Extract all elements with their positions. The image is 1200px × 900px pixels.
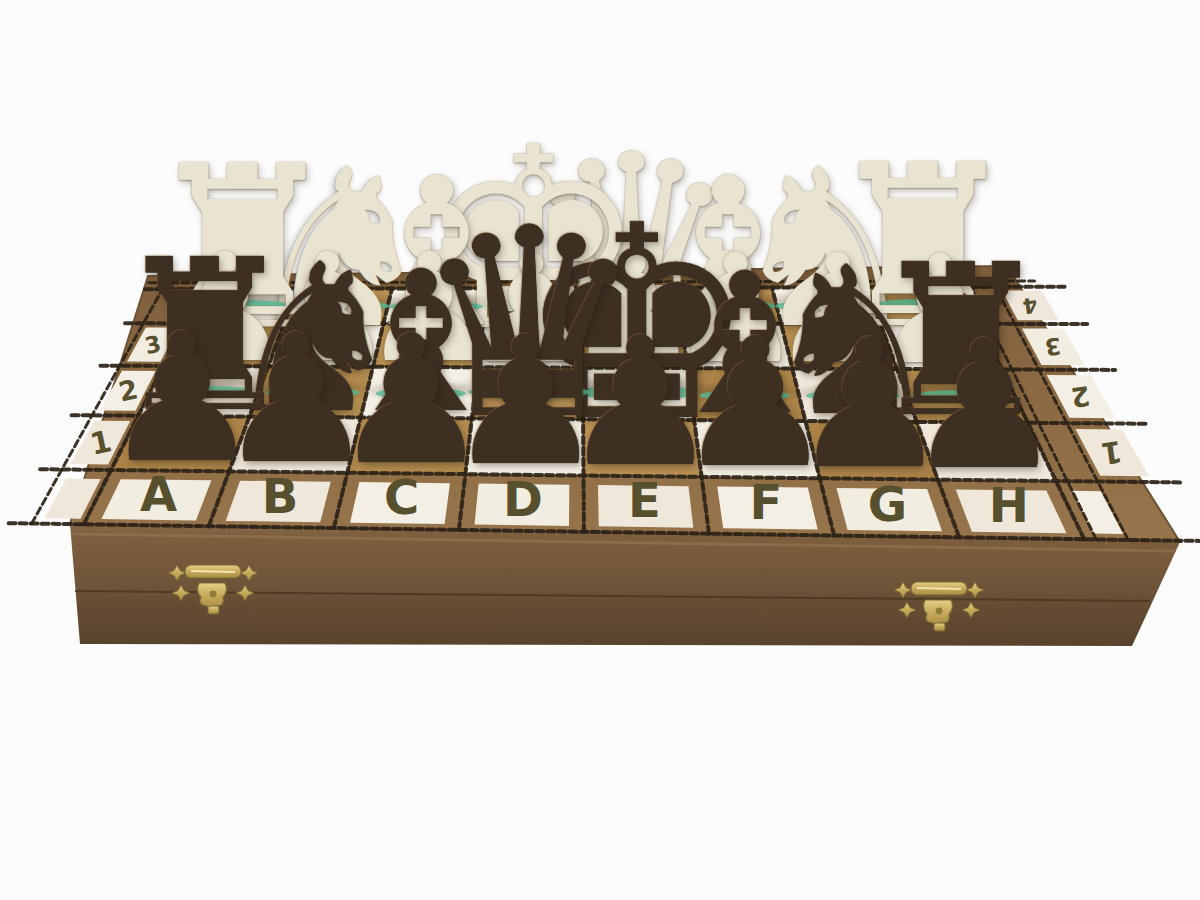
piece-black-pawn-h1[interactable]: ♟ <box>905 317 1065 456</box>
black-pawn-glyph: ♟ <box>102 310 262 488</box>
piece-black-pawn-a1[interactable]: ♟ <box>102 310 262 449</box>
black-pawn-glyph: ♟ <box>905 317 1065 495</box>
chess-box-photo: ABCDEFGH1231234 ♜♞♝♚♛♝♞♜♟♟♟♟♟♟♟♟♜♞♝♛♚♝♞♜… <box>0 0 1200 900</box>
